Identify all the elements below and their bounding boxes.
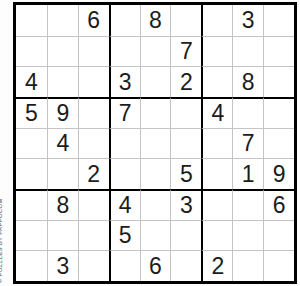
cell-r4c6[interactable] bbox=[170, 97, 201, 128]
cell-r6c5[interactable] bbox=[140, 158, 171, 189]
cell-r2c5[interactable] bbox=[140, 36, 171, 67]
cell-r4c9[interactable] bbox=[263, 97, 294, 128]
cell-r7c8[interactable] bbox=[232, 189, 263, 220]
cell-r1c2[interactable] bbox=[47, 5, 78, 36]
cell-r9c3[interactable] bbox=[78, 250, 109, 281]
cell-r6c7[interactable] bbox=[201, 158, 232, 189]
cell-r9c1[interactable] bbox=[16, 250, 47, 281]
cell-r5c4[interactable] bbox=[109, 128, 140, 159]
cell-r8c6[interactable] bbox=[170, 220, 201, 251]
cell-r3c1[interactable]: 4 bbox=[16, 66, 47, 97]
cell-r2c1[interactable] bbox=[16, 36, 47, 67]
cell-r9c7[interactable]: 2 bbox=[201, 250, 232, 281]
cell-r3c6[interactable]: 2 bbox=[170, 66, 201, 97]
cell-r6c2[interactable] bbox=[47, 158, 78, 189]
cell-r3c9[interactable] bbox=[263, 66, 294, 97]
cell-r2c2[interactable] bbox=[47, 36, 78, 67]
cell-r2c6[interactable]: 7 bbox=[170, 36, 201, 67]
cell-r8c4[interactable]: 5 bbox=[109, 220, 140, 251]
cell-r4c7[interactable]: 4 bbox=[201, 97, 232, 128]
cell-r7c3[interactable] bbox=[78, 189, 109, 220]
cell-r1c6[interactable] bbox=[170, 5, 201, 36]
cell-r1c5[interactable]: 8 bbox=[140, 5, 171, 36]
cell-r1c3[interactable]: 6 bbox=[78, 5, 109, 36]
cell-r8c8[interactable] bbox=[232, 220, 263, 251]
cell-r8c7[interactable] bbox=[201, 220, 232, 251]
cell-r3c8[interactable]: 8 bbox=[232, 66, 263, 97]
cell-r3c7[interactable] bbox=[201, 66, 232, 97]
cell-r9c4[interactable] bbox=[109, 250, 140, 281]
cell-r6c3[interactable]: 2 bbox=[78, 158, 109, 189]
cell-r5c7[interactable] bbox=[201, 128, 232, 159]
cell-r1c9[interactable] bbox=[263, 5, 294, 36]
cell-r8c9[interactable] bbox=[263, 220, 294, 251]
sudoku-board: 68374328597447251984365362 bbox=[13, 2, 297, 284]
cell-r4c1[interactable]: 5 bbox=[16, 97, 47, 128]
cell-r7c4[interactable]: 4 bbox=[109, 189, 140, 220]
cell-r7c7[interactable] bbox=[201, 189, 232, 220]
cell-r2c7[interactable] bbox=[201, 36, 232, 67]
copyright-credit: © PUZZLES BY PAPPOCOM bbox=[0, 198, 3, 283]
cell-r4c2[interactable]: 9 bbox=[47, 97, 78, 128]
cell-r9c9[interactable] bbox=[263, 250, 294, 281]
cell-r5c6[interactable] bbox=[170, 128, 201, 159]
cell-r6c1[interactable] bbox=[16, 158, 47, 189]
cell-r2c9[interactable] bbox=[263, 36, 294, 67]
cell-r7c5[interactable] bbox=[140, 189, 171, 220]
cell-r7c1[interactable] bbox=[16, 189, 47, 220]
cell-r6c8[interactable]: 1 bbox=[232, 158, 263, 189]
cell-r3c3[interactable] bbox=[78, 66, 109, 97]
cell-r5c9[interactable] bbox=[263, 128, 294, 159]
cell-r4c3[interactable] bbox=[78, 97, 109, 128]
cell-r5c8[interactable]: 7 bbox=[232, 128, 263, 159]
cell-r6c6[interactable]: 5 bbox=[170, 158, 201, 189]
cell-r3c2[interactable] bbox=[47, 66, 78, 97]
cell-r8c5[interactable] bbox=[140, 220, 171, 251]
cell-r1c7[interactable] bbox=[201, 5, 232, 36]
cell-r9c5[interactable]: 6 bbox=[140, 250, 171, 281]
cell-r7c2[interactable]: 8 bbox=[47, 189, 78, 220]
cell-r6c9[interactable]: 9 bbox=[263, 158, 294, 189]
cell-r3c4[interactable]: 3 bbox=[109, 66, 140, 97]
cell-r5c2[interactable]: 4 bbox=[47, 128, 78, 159]
cell-r9c6[interactable] bbox=[170, 250, 201, 281]
sudoku-page: 68374328597447251984365362 © PUZZLES BY … bbox=[0, 0, 300, 286]
cell-r1c1[interactable] bbox=[16, 5, 47, 36]
cell-r5c1[interactable] bbox=[16, 128, 47, 159]
cell-r8c3[interactable] bbox=[78, 220, 109, 251]
cell-r7c9[interactable]: 6 bbox=[263, 189, 294, 220]
cell-r9c8[interactable] bbox=[232, 250, 263, 281]
cell-r6c4[interactable] bbox=[109, 158, 140, 189]
cell-r1c4[interactable] bbox=[109, 5, 140, 36]
cell-r4c4[interactable]: 7 bbox=[109, 97, 140, 128]
cell-r4c8[interactable] bbox=[232, 97, 263, 128]
cell-r9c2[interactable]: 3 bbox=[47, 250, 78, 281]
cell-r7c6[interactable]: 3 bbox=[170, 189, 201, 220]
cell-r8c1[interactable] bbox=[16, 220, 47, 251]
cell-r3c5[interactable] bbox=[140, 66, 171, 97]
cell-r5c3[interactable] bbox=[78, 128, 109, 159]
cell-r2c3[interactable] bbox=[78, 36, 109, 67]
cell-r8c2[interactable] bbox=[47, 220, 78, 251]
cell-r1c8[interactable]: 3 bbox=[232, 5, 263, 36]
cell-r4c5[interactable] bbox=[140, 97, 171, 128]
cell-r2c4[interactable] bbox=[109, 36, 140, 67]
cell-r2c8[interactable] bbox=[232, 36, 263, 67]
cell-r5c5[interactable] bbox=[140, 128, 171, 159]
